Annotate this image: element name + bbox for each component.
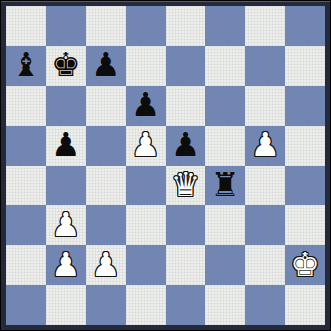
square-c8[interactable]	[86, 6, 126, 46]
white-pawn[interactable]: ♟	[131, 128, 161, 161]
square-c2[interactable]: ♟	[86, 245, 126, 285]
square-h2[interactable]: ♚	[285, 245, 325, 285]
square-e1[interactable]	[166, 285, 206, 325]
square-a2[interactable]	[6, 245, 46, 285]
white-king[interactable]: ♚	[290, 248, 320, 281]
square-a4[interactable]	[6, 166, 46, 206]
square-b4[interactable]	[46, 166, 86, 206]
black-pawn[interactable]: ♟	[131, 88, 161, 121]
square-b6[interactable]	[46, 86, 86, 126]
square-f6[interactable]	[205, 86, 245, 126]
square-d4[interactable]	[126, 166, 166, 206]
square-a5[interactable]	[6, 126, 46, 166]
square-e6[interactable]	[166, 86, 206, 126]
white-pawn[interactable]: ♟	[250, 128, 280, 161]
square-a6[interactable]	[6, 86, 46, 126]
square-a7[interactable]: ♝	[6, 46, 46, 86]
square-e7[interactable]	[166, 46, 206, 86]
square-b7[interactable]: ♚	[46, 46, 86, 86]
square-d6[interactable]: ♟	[126, 86, 166, 126]
chess-board-frame: ♝♚♟♟♟♟♟♟♛♜♟♟♟♚	[0, 0, 331, 331]
white-pawn[interactable]: ♟	[51, 208, 81, 241]
black-bishop[interactable]: ♝	[11, 48, 41, 81]
square-h5[interactable]	[285, 126, 325, 166]
square-f3[interactable]	[205, 205, 245, 245]
square-a1[interactable]	[6, 285, 46, 325]
square-g1[interactable]	[245, 285, 285, 325]
square-g2[interactable]	[245, 245, 285, 285]
square-f1[interactable]	[205, 285, 245, 325]
square-g7[interactable]	[245, 46, 285, 86]
black-pawn[interactable]: ♟	[51, 128, 81, 161]
white-queen[interactable]: ♛	[171, 168, 201, 201]
black-pawn[interactable]: ♟	[91, 48, 121, 81]
square-h1[interactable]	[285, 285, 325, 325]
square-g3[interactable]	[245, 205, 285, 245]
square-b2[interactable]: ♟	[46, 245, 86, 285]
square-c4[interactable]	[86, 166, 126, 206]
square-d2[interactable]	[126, 245, 166, 285]
square-b1[interactable]	[46, 285, 86, 325]
square-g8[interactable]	[245, 6, 285, 46]
square-f8[interactable]	[205, 6, 245, 46]
square-f7[interactable]	[205, 46, 245, 86]
square-d8[interactable]	[126, 6, 166, 46]
square-b8[interactable]	[46, 6, 86, 46]
square-f5[interactable]	[205, 126, 245, 166]
white-pawn[interactable]: ♟	[51, 248, 81, 281]
square-c7[interactable]: ♟	[86, 46, 126, 86]
square-d7[interactable]	[126, 46, 166, 86]
square-c3[interactable]	[86, 205, 126, 245]
square-a3[interactable]	[6, 205, 46, 245]
square-h3[interactable]	[285, 205, 325, 245]
square-c5[interactable]	[86, 126, 126, 166]
square-d5[interactable]: ♟	[126, 126, 166, 166]
square-h4[interactable]	[285, 166, 325, 206]
square-h6[interactable]	[285, 86, 325, 126]
square-h7[interactable]	[285, 46, 325, 86]
square-e3[interactable]	[166, 205, 206, 245]
square-g4[interactable]	[245, 166, 285, 206]
square-d3[interactable]	[126, 205, 166, 245]
black-rook[interactable]: ♜	[211, 168, 241, 201]
square-c1[interactable]	[86, 285, 126, 325]
square-f4[interactable]: ♜	[205, 166, 245, 206]
square-b5[interactable]: ♟	[46, 126, 86, 166]
chess-board: ♝♚♟♟♟♟♟♟♛♜♟♟♟♚	[6, 6, 325, 325]
black-king[interactable]: ♚	[51, 48, 81, 81]
square-f2[interactable]	[205, 245, 245, 285]
square-d1[interactable]	[126, 285, 166, 325]
black-pawn[interactable]: ♟	[171, 128, 201, 161]
square-e4[interactable]: ♛	[166, 166, 206, 206]
square-e8[interactable]	[166, 6, 206, 46]
white-pawn[interactable]: ♟	[91, 248, 121, 281]
square-h8[interactable]	[285, 6, 325, 46]
square-g6[interactable]	[245, 86, 285, 126]
square-b3[interactable]: ♟	[46, 205, 86, 245]
square-c6[interactable]	[86, 86, 126, 126]
square-e5[interactable]: ♟	[166, 126, 206, 166]
square-e2[interactable]	[166, 245, 206, 285]
square-g5[interactable]: ♟	[245, 126, 285, 166]
square-a8[interactable]	[6, 6, 46, 46]
